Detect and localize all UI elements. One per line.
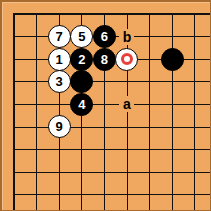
circle-mark-icon: [121, 53, 133, 65]
stone-white-9: 9: [48, 115, 71, 138]
stone-white-1: 1: [48, 48, 71, 71]
stone-black: [70, 70, 93, 93]
go-board-diagram: 756128349ba: [0, 0, 211, 211]
point-label-b: b: [119, 29, 134, 45]
stone-white-5: 5: [70, 25, 93, 48]
stone-black-2: 2: [70, 48, 93, 71]
stone-white-3: 3: [48, 70, 71, 93]
stone-black: [161, 48, 184, 71]
point-label-a: a: [119, 96, 134, 112]
stone-white-7: 7: [48, 25, 71, 48]
board-grid: 756128349ba: [3, 3, 206, 206]
stone-white-marked: [115, 48, 138, 71]
stone-black-4: 4: [70, 93, 93, 116]
stone-black-6: 6: [93, 25, 116, 48]
stone-black-8: 8: [93, 48, 116, 71]
